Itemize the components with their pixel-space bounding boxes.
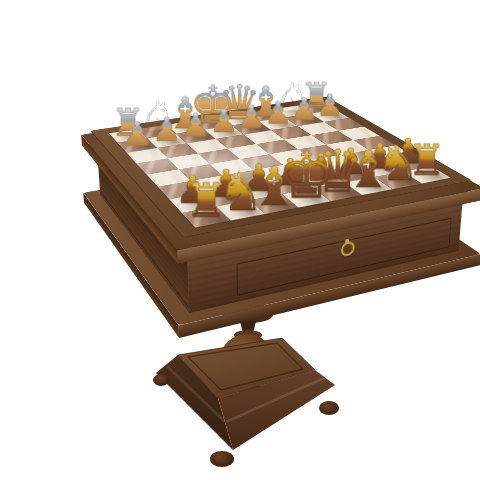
white-pawn-icon: ♟ <box>122 117 152 150</box>
white-pawn-icon: ♟ <box>210 105 239 137</box>
bun-foot-near <box>210 451 234 467</box>
bun-foot-left <box>153 374 169 386</box>
chess-table-photo: ♜♞♝♚♛♝♞♜♟♟♟♟♟♟♟♟♟♟♟♟♟♟♟♟♜♞♝♚♛♝♞♜ <box>0 0 480 480</box>
white-pawn-icon: ♟ <box>316 90 343 120</box>
square-h8[interactable]: ♜ <box>182 206 231 227</box>
white-pawn-icon: ♟ <box>290 94 318 125</box>
black-rook-icon: ♜ <box>185 177 227 224</box>
white-pawn-icon: ♟ <box>152 113 181 146</box>
white-pawn-icon: ♟ <box>237 101 265 133</box>
white-pawn-icon: ♟ <box>181 109 210 141</box>
board-3d-wrapper: ♜♞♝♚♛♝♞♜♟♟♟♟♟♟♟♟♟♟♟♟♟♟♟♟♜♞♝♚♛♝♞♜ <box>126 12 410 296</box>
bun-foot-right <box>319 401 339 415</box>
white-pawn-icon: ♟ <box>264 97 292 128</box>
square-h2[interactable]: ♟ <box>118 138 158 153</box>
